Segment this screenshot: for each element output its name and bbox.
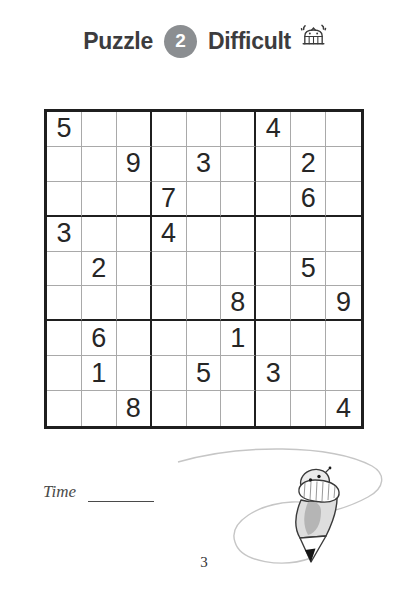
cell-r8c1[interactable]: [47, 356, 82, 391]
cell-r7c3[interactable]: [117, 321, 152, 356]
cell-r5c1[interactable]: [47, 252, 82, 287]
cell-r3c2[interactable]: [82, 182, 117, 217]
cell-r3c7[interactable]: [256, 182, 291, 217]
cell-r9c8[interactable]: [291, 391, 326, 426]
cell-r4c7[interactable]: [256, 217, 291, 252]
cell-r8c3[interactable]: [117, 356, 152, 391]
cell-r2c6[interactable]: [221, 147, 256, 182]
cell-r9c6[interactable]: [221, 391, 256, 426]
cell-r6c1[interactable]: [47, 286, 82, 321]
cell-r7c5[interactable]: [187, 321, 222, 356]
cell-r1c5[interactable]: [187, 112, 222, 147]
cell-r8c7: 3: [256, 356, 291, 391]
cell-r8c4[interactable]: [152, 356, 187, 391]
cell-r3c5[interactable]: [187, 182, 222, 217]
cell-r5c3[interactable]: [117, 252, 152, 287]
cell-r6c9: 9: [326, 286, 361, 321]
cell-r9c2[interactable]: [82, 391, 117, 426]
time-row: Time: [43, 482, 154, 502]
cell-r1c1: 5: [47, 112, 82, 147]
cell-r9c9: 4: [326, 391, 361, 426]
sweating-grimace-face-icon: [300, 23, 327, 53]
cell-r4c3[interactable]: [117, 217, 152, 252]
cell-r2c2[interactable]: [82, 147, 117, 182]
cell-r6c2[interactable]: [82, 286, 117, 321]
cell-r8c6[interactable]: [221, 356, 256, 391]
cell-r8c5: 5: [187, 356, 222, 391]
board-container: 54932763425896115384: [44, 109, 364, 429]
cell-r9c4[interactable]: [152, 391, 187, 426]
cell-r3c9[interactable]: [326, 182, 361, 217]
cell-r6c5[interactable]: [187, 286, 222, 321]
cell-r2c9[interactable]: [326, 147, 361, 182]
cell-r1c2[interactable]: [82, 112, 117, 147]
cell-r5c5[interactable]: [187, 252, 222, 287]
cell-r1c6[interactable]: [221, 112, 256, 147]
cell-r6c6: 8: [221, 286, 256, 321]
cell-r1c8[interactable]: [291, 112, 326, 147]
cell-r7c7[interactable]: [256, 321, 291, 356]
cell-r9c7[interactable]: [256, 391, 291, 426]
cell-r5c2: 2: [82, 252, 117, 287]
cell-r6c3[interactable]: [117, 286, 152, 321]
cell-r2c5: 3: [187, 147, 222, 182]
cell-r4c9[interactable]: [326, 217, 361, 252]
cell-r3c6[interactable]: [221, 182, 256, 217]
cell-r1c3[interactable]: [117, 112, 152, 147]
cell-r4c1: 3: [47, 217, 82, 252]
cell-r3c1[interactable]: [47, 182, 82, 217]
cell-r7c1[interactable]: [47, 321, 82, 356]
cell-r7c2: 6: [82, 321, 117, 356]
cell-r3c8: 6: [291, 182, 326, 217]
cell-r2c7[interactable]: [256, 147, 291, 182]
cell-r5c7[interactable]: [256, 252, 291, 287]
puzzle-label: Puzzle: [83, 28, 153, 55]
cell-r5c8: 5: [291, 252, 326, 287]
cell-r4c4: 4: [152, 217, 187, 252]
cell-r6c4[interactable]: [152, 286, 187, 321]
cell-r9c1[interactable]: [47, 391, 82, 426]
time-label: Time: [43, 482, 76, 502]
cell-r7c8[interactable]: [291, 321, 326, 356]
cell-r7c9[interactable]: [326, 321, 361, 356]
cell-r3c3[interactable]: [117, 182, 152, 217]
cell-r4c5[interactable]: [187, 217, 222, 252]
difficulty-label: Difficult: [208, 28, 291, 55]
puzzle-book-page: Puzzle 2 Difficult: [0, 0, 396, 595]
page-header: Puzzle 2 Difficult: [0, 24, 396, 58]
cell-r7c4[interactable]: [152, 321, 187, 356]
puzzle-number-badge: 2: [164, 25, 197, 58]
cell-r1c7: 4: [256, 112, 291, 147]
cell-r6c8[interactable]: [291, 286, 326, 321]
cell-r2c3: 9: [117, 147, 152, 182]
cell-r2c4[interactable]: [152, 147, 187, 182]
cell-r9c3: 8: [117, 391, 152, 426]
cell-r7c6: 1: [221, 321, 256, 356]
cell-r2c8: 2: [291, 147, 326, 182]
cell-r5c6[interactable]: [221, 252, 256, 287]
page-footer: Time 3: [0, 432, 396, 595]
cell-r4c8[interactable]: [291, 217, 326, 252]
sudoku-board: 54932763425896115384: [44, 109, 364, 429]
cell-r8c2: 1: [82, 356, 117, 391]
cell-r5c9[interactable]: [326, 252, 361, 287]
cell-r6c7[interactable]: [256, 286, 291, 321]
cell-r8c9[interactable]: [326, 356, 361, 391]
cell-r8c8[interactable]: [291, 356, 326, 391]
cell-r4c2[interactable]: [82, 217, 117, 252]
page-number: 3: [44, 554, 364, 571]
cell-r5c4[interactable]: [152, 252, 187, 287]
cell-r4c6[interactable]: [221, 217, 256, 252]
cell-r1c4[interactable]: [152, 112, 187, 147]
cell-r1c9[interactable]: [326, 112, 361, 147]
cell-r2c1[interactable]: [47, 147, 82, 182]
cell-r9c5[interactable]: [187, 391, 222, 426]
cell-r3c4: 7: [152, 182, 187, 217]
time-blank-line: [88, 488, 154, 502]
